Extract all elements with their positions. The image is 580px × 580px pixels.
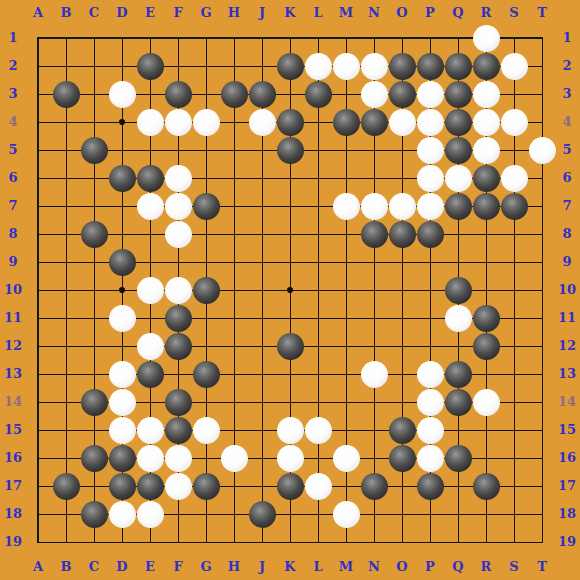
stone-black-Q13: ●: [445, 361, 472, 388]
stone-white-S4: ○: [501, 109, 528, 136]
row-label-left-17: 17: [0, 479, 26, 493]
stone-white-H16: ○: [221, 445, 248, 472]
row-label-right-4: 4: [554, 115, 580, 129]
stone-white-F4: ○: [165, 109, 192, 136]
col-label-top-L: L: [305, 6, 331, 20]
stone-white-D13: ○: [109, 361, 136, 388]
stone-white-T5: ○: [529, 137, 556, 164]
stone-black-N8: ●: [361, 221, 388, 248]
row-label-right-19: 19: [554, 535, 580, 549]
stone-black-K17: ●: [277, 473, 304, 500]
row-label-right-9: 9: [554, 255, 580, 269]
stone-black-G13: ●: [193, 361, 220, 388]
col-label-bottom-Q: Q: [445, 560, 471, 574]
stone-white-P13: ○: [417, 361, 444, 388]
col-label-top-K: K: [277, 6, 303, 20]
stone-black-K4: ●: [277, 109, 304, 136]
row-label-left-3: 3: [0, 87, 26, 101]
stone-white-F10: ○: [165, 277, 192, 304]
stone-white-D18: ○: [109, 501, 136, 528]
star-point-D4: [119, 119, 125, 125]
stone-white-R14: ○: [473, 389, 500, 416]
stone-white-D3: ○: [109, 81, 136, 108]
stone-black-J18: ●: [249, 501, 276, 528]
stone-white-R3: ○: [473, 81, 500, 108]
stone-black-P8: ●: [417, 221, 444, 248]
stone-white-P3: ○: [417, 81, 444, 108]
stone-black-Q16: ●: [445, 445, 472, 472]
col-label-top-H: H: [221, 6, 247, 20]
stone-white-P6: ○: [417, 165, 444, 192]
col-label-top-R: R: [473, 6, 499, 20]
row-label-left-6: 6: [0, 171, 26, 185]
stone-black-Q14: ●: [445, 389, 472, 416]
stone-black-D6: ●: [109, 165, 136, 192]
col-label-top-N: N: [361, 6, 387, 20]
stone-black-P17: ●: [417, 473, 444, 500]
stone-black-E6: ●: [137, 165, 164, 192]
row-label-left-8: 8: [0, 227, 26, 241]
stone-black-E13: ●: [137, 361, 164, 388]
col-label-top-S: S: [501, 6, 527, 20]
stone-white-N3: ○: [361, 81, 388, 108]
stone-white-N7: ○: [361, 193, 388, 220]
stone-white-E7: ○: [137, 193, 164, 220]
stone-white-L15: ○: [305, 417, 332, 444]
col-label-bottom-E: E: [137, 560, 163, 574]
stone-white-P4: ○: [417, 109, 444, 136]
col-label-bottom-M: M: [333, 560, 359, 574]
row-label-right-3: 3: [554, 87, 580, 101]
row-label-right-8: 8: [554, 227, 580, 241]
stone-white-E4: ○: [137, 109, 164, 136]
stone-white-F17: ○: [165, 473, 192, 500]
col-label-bottom-H: H: [221, 560, 247, 574]
col-label-top-D: D: [109, 6, 135, 20]
stone-black-C18: ●: [81, 501, 108, 528]
stone-black-O2: ●: [389, 53, 416, 80]
col-label-top-Q: Q: [445, 6, 471, 20]
col-label-bottom-S: S: [501, 560, 527, 574]
row-label-right-2: 2: [554, 59, 580, 73]
stone-black-K5: ●: [277, 137, 304, 164]
row-label-right-12: 12: [554, 339, 580, 353]
col-label-top-F: F: [165, 6, 191, 20]
stone-white-Q6: ○: [445, 165, 472, 192]
stone-black-G17: ●: [193, 473, 220, 500]
stone-white-K16: ○: [277, 445, 304, 472]
stone-white-E16: ○: [137, 445, 164, 472]
row-label-left-7: 7: [0, 199, 26, 213]
col-label-top-P: P: [417, 6, 443, 20]
stone-black-R12: ●: [473, 333, 500, 360]
stone-black-G10: ●: [193, 277, 220, 304]
stone-black-D9: ●: [109, 249, 136, 276]
col-label-top-G: G: [193, 6, 219, 20]
row-label-right-14: 14: [554, 395, 580, 409]
stone-white-S6: ○: [501, 165, 528, 192]
row-label-left-2: 2: [0, 59, 26, 73]
row-label-left-18: 18: [0, 507, 26, 521]
col-label-bottom-R: R: [473, 560, 499, 574]
stone-black-C14: ●: [81, 389, 108, 416]
stone-white-Q11: ○: [445, 305, 472, 332]
star-point-K10: [287, 287, 293, 293]
col-label-bottom-B: B: [53, 560, 79, 574]
row-label-left-15: 15: [0, 423, 26, 437]
stone-black-C5: ●: [81, 137, 108, 164]
col-label-bottom-N: N: [361, 560, 387, 574]
col-label-top-C: C: [81, 6, 107, 20]
stone-black-K2: ●: [277, 53, 304, 80]
stone-black-F3: ●: [165, 81, 192, 108]
col-label-bottom-F: F: [165, 560, 191, 574]
stone-white-R5: ○: [473, 137, 500, 164]
row-label-left-4: 4: [0, 115, 26, 129]
stone-white-F6: ○: [165, 165, 192, 192]
stone-black-N17: ●: [361, 473, 388, 500]
stone-black-R17: ●: [473, 473, 500, 500]
stone-black-B3: ●: [53, 81, 80, 108]
stone-white-M2: ○: [333, 53, 360, 80]
stone-white-E10: ○: [137, 277, 164, 304]
go-board[interactable]: ABCDEFGHJKLMNOPQRST ABCDEFGHJKLMNOPQRST …: [0, 0, 580, 580]
stone-black-F15: ●: [165, 417, 192, 444]
stone-white-P16: ○: [417, 445, 444, 472]
star-point-D10: [119, 287, 125, 293]
row-label-left-9: 9: [0, 255, 26, 269]
col-label-bottom-P: P: [417, 560, 443, 574]
stone-black-Q10: ●: [445, 277, 472, 304]
row-label-right-6: 6: [554, 171, 580, 185]
stone-black-D16: ●: [109, 445, 136, 472]
col-label-top-O: O: [389, 6, 415, 20]
stone-white-P5: ○: [417, 137, 444, 164]
stone-white-O4: ○: [389, 109, 416, 136]
col-label-top-B: B: [53, 6, 79, 20]
board-intersections[interactable]: ○●●○○○●●●●○●○●●●●○●○●○○○○○●●●○○●○○●●○●○○…: [24, 24, 556, 556]
col-label-top-M: M: [333, 6, 359, 20]
row-label-right-18: 18: [554, 507, 580, 521]
row-label-left-10: 10: [0, 283, 26, 297]
col-label-top-E: E: [137, 6, 163, 20]
stone-white-M16: ○: [333, 445, 360, 472]
stone-white-F7: ○: [165, 193, 192, 220]
stone-black-Q7: ●: [445, 193, 472, 220]
stone-black-J3: ●: [249, 81, 276, 108]
stone-black-H3: ●: [221, 81, 248, 108]
stone-black-F12: ●: [165, 333, 192, 360]
stone-white-D15: ○: [109, 417, 136, 444]
row-label-left-16: 16: [0, 451, 26, 465]
col-label-bottom-G: G: [193, 560, 219, 574]
col-label-bottom-O: O: [389, 560, 415, 574]
stone-black-B17: ●: [53, 473, 80, 500]
stone-white-L2: ○: [305, 53, 332, 80]
row-label-left-1: 1: [0, 31, 26, 45]
col-label-bottom-A: A: [25, 560, 51, 574]
stone-black-F11: ●: [165, 305, 192, 332]
stone-white-N2: ○: [361, 53, 388, 80]
stone-black-R6: ●: [473, 165, 500, 192]
stone-black-D17: ●: [109, 473, 136, 500]
stone-black-P2: ●: [417, 53, 444, 80]
stone-black-C16: ●: [81, 445, 108, 472]
stone-white-M7: ○: [333, 193, 360, 220]
col-label-bottom-T: T: [529, 560, 555, 574]
stone-black-O3: ●: [389, 81, 416, 108]
col-label-bottom-D: D: [109, 560, 135, 574]
col-label-bottom-C: C: [81, 560, 107, 574]
row-label-right-5: 5: [554, 143, 580, 157]
stone-white-L17: ○: [305, 473, 332, 500]
stone-black-M4: ●: [333, 109, 360, 136]
stone-white-N13: ○: [361, 361, 388, 388]
stone-black-L3: ●: [305, 81, 332, 108]
stone-black-F14: ●: [165, 389, 192, 416]
stone-black-S7: ●: [501, 193, 528, 220]
col-label-top-A: A: [25, 6, 51, 20]
stone-white-S2: ○: [501, 53, 528, 80]
stone-black-Q5: ●: [445, 137, 472, 164]
row-label-right-13: 13: [554, 367, 580, 381]
stone-white-P14: ○: [417, 389, 444, 416]
stone-white-E18: ○: [137, 501, 164, 528]
stone-black-R11: ●: [473, 305, 500, 332]
col-label-top-T: T: [529, 6, 555, 20]
row-label-left-11: 11: [0, 311, 26, 325]
stone-white-F8: ○: [165, 221, 192, 248]
stone-black-O15: ●: [389, 417, 416, 444]
stone-white-K15: ○: [277, 417, 304, 444]
stone-black-R7: ●: [473, 193, 500, 220]
col-label-bottom-J: J: [249, 560, 275, 574]
stone-black-Q2: ●: [445, 53, 472, 80]
col-label-bottom-L: L: [305, 560, 331, 574]
stone-white-D11: ○: [109, 305, 136, 332]
row-label-right-16: 16: [554, 451, 580, 465]
stone-white-F16: ○: [165, 445, 192, 472]
stone-white-O7: ○: [389, 193, 416, 220]
row-label-right-11: 11: [554, 311, 580, 325]
stone-white-R1: ○: [473, 25, 500, 52]
stone-white-M18: ○: [333, 501, 360, 528]
row-label-right-10: 10: [554, 283, 580, 297]
row-label-right-1: 1: [554, 31, 580, 45]
stone-black-R2: ●: [473, 53, 500, 80]
stone-white-D14: ○: [109, 389, 136, 416]
stone-black-E17: ●: [137, 473, 164, 500]
row-label-left-12: 12: [0, 339, 26, 353]
row-label-right-17: 17: [554, 479, 580, 493]
row-label-left-13: 13: [0, 367, 26, 381]
row-label-right-15: 15: [554, 423, 580, 437]
stone-black-C8: ●: [81, 221, 108, 248]
stone-white-R4: ○: [473, 109, 500, 136]
stone-black-Q4: ●: [445, 109, 472, 136]
stone-white-E15: ○: [137, 417, 164, 444]
stone-white-P7: ○: [417, 193, 444, 220]
stone-white-E12: ○: [137, 333, 164, 360]
stone-black-O16: ●: [389, 445, 416, 472]
stone-black-G7: ●: [193, 193, 220, 220]
stone-white-P15: ○: [417, 417, 444, 444]
stone-white-G4: ○: [193, 109, 220, 136]
stone-white-J4: ○: [249, 109, 276, 136]
row-label-right-7: 7: [554, 199, 580, 213]
stone-black-O8: ●: [389, 221, 416, 248]
col-label-top-J: J: [249, 6, 275, 20]
row-label-left-19: 19: [0, 535, 26, 549]
stone-black-K12: ●: [277, 333, 304, 360]
stone-black-Q3: ●: [445, 81, 472, 108]
row-label-left-14: 14: [0, 395, 26, 409]
stone-black-E2: ●: [137, 53, 164, 80]
row-label-left-5: 5: [0, 143, 26, 157]
col-label-bottom-K: K: [277, 560, 303, 574]
stone-white-G15: ○: [193, 417, 220, 444]
stone-black-N4: ●: [361, 109, 388, 136]
